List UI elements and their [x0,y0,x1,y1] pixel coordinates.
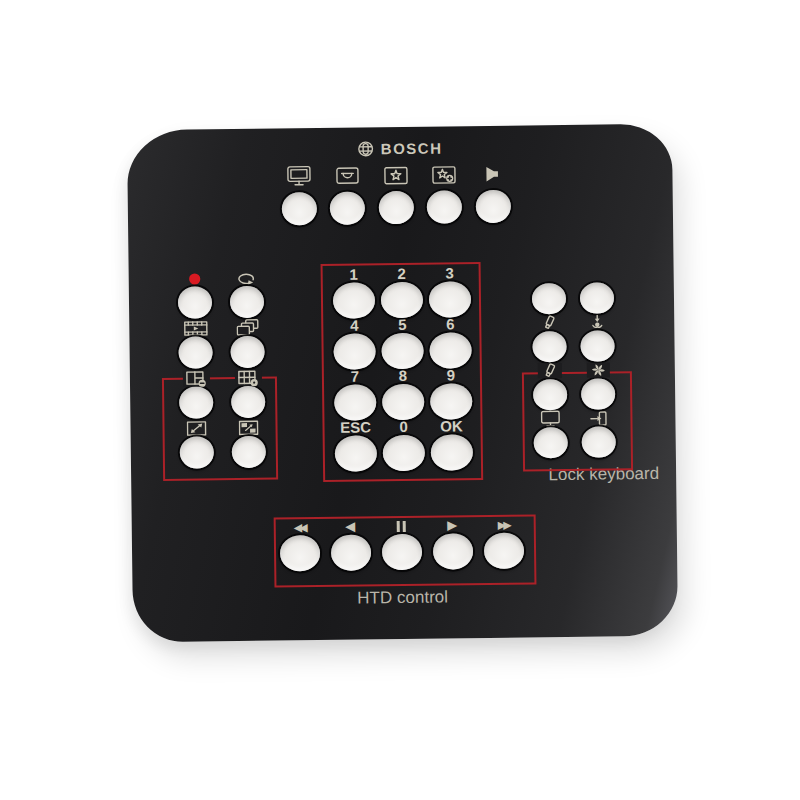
pip-swap-button[interactable] [232,436,266,468]
multiview-minus-button[interactable] [179,386,213,418]
favorite-star-add-icon [432,159,457,189]
key-label: 0 [399,420,408,435]
dome-camera-icon [335,161,359,191]
key-2-button[interactable] [381,282,423,319]
pause-button[interactable] [381,534,421,570]
ptz-camera-icon [538,363,562,378]
focus-icon [590,315,604,330]
pip-swap-icon [238,420,259,436]
key-label: 8 [399,369,408,384]
key-6-button[interactable] [429,332,471,369]
key-ok-button[interactable] [431,434,473,471]
key-4-button[interactable] [333,333,375,370]
multiview-settings-icon [234,370,261,386]
key-0-button[interactable] [383,435,425,472]
play-icon: ▶ [447,517,457,533]
key-esc-button[interactable] [335,435,377,472]
cascade-button[interactable] [230,336,264,368]
monitor-button[interactable] [281,192,316,225]
key-label: 1 [349,268,358,283]
control-panel: BOSCH [127,124,678,643]
key-label: 2 [397,267,406,282]
key-9-button[interactable] [430,383,472,420]
favorite-star-icon [383,160,408,190]
logout-icon [589,410,607,425]
iris-icon [586,362,609,377]
cascade-windows-icon [236,320,259,336]
numeric-keypad: 1 2 3 4 5 6 7 8 9 ESC 0 OK [330,266,476,472]
key-label: 6 [446,317,455,332]
camera-focus-button[interactable] [532,331,566,362]
reverse-play-button[interactable] [330,534,370,570]
reverse-play-icon: ◀ [345,519,355,535]
iris-button[interactable] [581,378,615,409]
expand-view-button[interactable] [180,436,214,468]
monitor-select-button[interactable] [534,427,568,458]
multiview-minus-icon [182,370,209,386]
expand-view-icon [186,420,207,436]
key-3-button[interactable] [429,281,471,318]
play-button[interactable] [432,533,472,569]
rewind-icon: ◀◀ [294,519,305,535]
pause-icon [395,518,407,534]
right-1-button[interactable] [532,283,566,314]
key-label: 3 [445,266,454,281]
product-photo-bosch-keypad: { "header": { "brand": "BOSCH", "logo_ic… [0,0,800,800]
monitor-icon [286,161,311,191]
speaker-icon [484,159,502,189]
record-icon [187,270,203,286]
rewind-button[interactable] [279,535,319,571]
key-label: 9 [447,368,456,383]
fast-forward-icon: ▶▶ [498,517,509,533]
favorite-add-button[interactable] [427,190,462,223]
focus-button[interactable] [580,330,614,361]
playback-button[interactable] [178,336,212,368]
key-label: OK [440,419,463,434]
htd-control-label: HTD control [303,587,503,609]
lock-keyboard-button[interactable] [582,426,616,457]
speaker-button[interactable] [475,190,510,223]
key-label: 7 [351,370,360,385]
camera-iris-button[interactable] [533,379,567,410]
key-label: 4 [350,319,359,334]
brand-text: BOSCH [381,139,443,157]
sequence-button[interactable] [230,286,264,318]
top-button-row [274,159,517,226]
right-function-group [525,266,623,459]
monitor-icon [540,411,560,426]
right-2-button[interactable] [580,282,614,313]
dome-camera-button[interactable] [330,191,365,224]
key-7-button[interactable] [334,384,376,421]
film-strip-icon [183,320,208,336]
record-button[interactable] [178,286,212,318]
ptz-camera-icon [540,315,558,330]
key-5-button[interactable] [381,333,423,370]
key-8-button[interactable] [382,384,424,421]
key-label: 5 [398,318,407,333]
bosch-armature-icon [357,140,374,157]
favorite-button[interactable] [378,191,413,224]
key-1-button[interactable] [333,282,375,319]
htd-transport-row: ◀◀ ◀ ▶ ▶▶ [274,516,530,571]
fast-forward-button[interactable] [483,533,523,569]
sequence-loop-icon [236,270,257,286]
multiview-settings-button[interactable] [231,386,265,418]
brand-header: BOSCH [127,137,672,161]
key-label: ESC [340,420,371,435]
left-function-group [169,270,275,471]
